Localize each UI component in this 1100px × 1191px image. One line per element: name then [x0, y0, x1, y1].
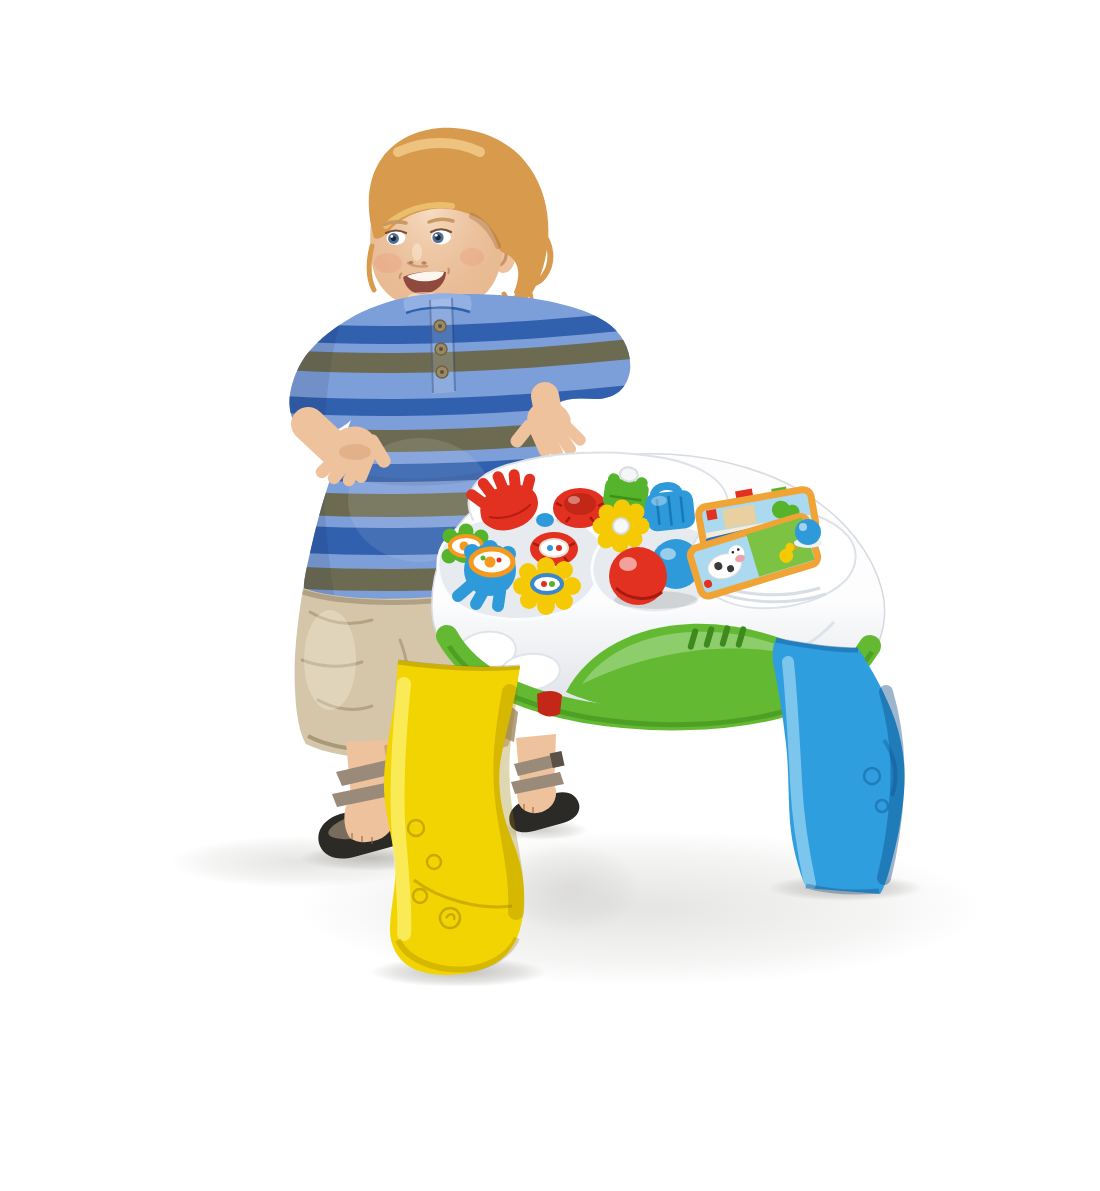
- knuckle-shadow: [339, 444, 371, 460]
- glint-right: [435, 234, 438, 237]
- nose-bridge: [412, 243, 422, 261]
- red-peek-toy: [537, 691, 562, 716]
- product-photo: [0, 0, 1100, 1191]
- red-item: [706, 509, 718, 521]
- ball-glint: [660, 548, 676, 560]
- blue-knob[interactable]: [795, 519, 821, 545]
- cheek-blush-left: [374, 253, 402, 273]
- scene-illustration: [0, 0, 1100, 1191]
- shorts-highlight: [304, 610, 356, 710]
- yellow-front-leg: [384, 660, 524, 975]
- glint-left: [391, 235, 394, 238]
- shirt-buttons: [434, 320, 448, 378]
- yellow-sticker-flower[interactable]: [513, 557, 581, 615]
- leg-highlight: [397, 684, 404, 934]
- blue-peg[interactable]: [536, 513, 554, 527]
- cheek-blush-right: [460, 248, 484, 266]
- ball-glint: [619, 557, 637, 571]
- nostril-right: [421, 261, 426, 265]
- red-sticker-dial[interactable]: [530, 532, 578, 566]
- knob-glint: [799, 523, 807, 531]
- smile-crease-right: [448, 268, 449, 274]
